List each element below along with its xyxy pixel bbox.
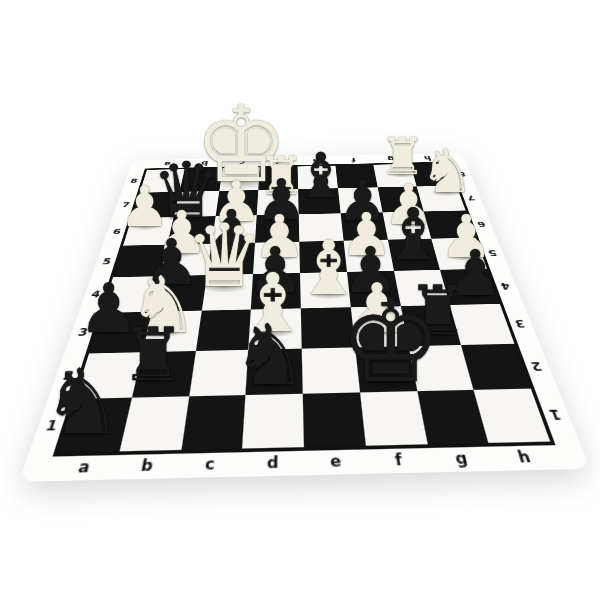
square-f2[interactable] <box>355 346 417 393</box>
file-label-bottom-b: b <box>113 451 181 479</box>
file-label-bottom-h: h <box>489 443 560 471</box>
square-b7[interactable] <box>174 191 219 217</box>
square-a6[interactable] <box>123 217 174 246</box>
file-label-bottom-d: d <box>241 448 305 476</box>
square-a8[interactable] <box>140 169 185 193</box>
square-b5[interactable] <box>160 244 211 276</box>
square-f4[interactable] <box>347 271 401 307</box>
board-mat: abcdefgh abcdefgh 87654321 87654321 <box>19 153 591 482</box>
square-d4[interactable] <box>251 273 301 309</box>
square-f8[interactable] <box>335 165 377 188</box>
square-c8[interactable] <box>219 167 260 191</box>
file-label-bottom-c: c <box>177 450 243 478</box>
square-b4[interactable] <box>152 275 207 311</box>
chessboard-scene: abcdefgh abcdefgh 87654321 87654321 ♚♜♜♝… <box>0 0 600 600</box>
square-e8[interactable] <box>298 166 338 189</box>
file-label-bottom-e: e <box>304 447 369 475</box>
file-label-top-f: f <box>334 155 373 165</box>
square-f3[interactable] <box>351 306 408 347</box>
file-label-bottom-g: g <box>427 444 496 472</box>
square-d1[interactable] <box>242 394 304 449</box>
square-c4[interactable] <box>201 274 253 310</box>
square-g7[interactable] <box>377 186 424 212</box>
file-label-top-h: h <box>408 153 448 163</box>
square-f5[interactable] <box>343 240 393 272</box>
square-c2[interactable] <box>189 349 249 396</box>
square-c6[interactable] <box>211 215 257 244</box>
square-h8[interactable] <box>411 163 457 186</box>
square-c1[interactable] <box>181 395 246 450</box>
square-d8[interactable] <box>259 166 299 189</box>
square-d6[interactable] <box>255 214 299 243</box>
square-c7[interactable] <box>215 190 258 216</box>
square-d3[interactable] <box>249 308 302 349</box>
square-a7[interactable] <box>132 192 180 218</box>
square-c5[interactable] <box>207 243 256 275</box>
file-label-top-a: a <box>147 159 187 169</box>
square-b1[interactable] <box>119 397 188 452</box>
square-b3[interactable] <box>142 310 201 351</box>
file-label-top-c: c <box>222 157 260 167</box>
square-g8[interactable] <box>373 164 417 187</box>
file-label-top-d: d <box>260 157 298 167</box>
square-f7[interactable] <box>338 187 382 213</box>
square-c3[interactable] <box>195 309 251 350</box>
file-label-top-g: g <box>371 154 410 164</box>
square-e4[interactable] <box>300 272 351 308</box>
square-e1[interactable] <box>303 393 366 447</box>
square-e2[interactable] <box>302 347 360 394</box>
file-label-bottom-a: a <box>49 453 119 481</box>
square-d5[interactable] <box>253 242 300 274</box>
square-b8[interactable] <box>179 168 222 192</box>
square-a4[interactable] <box>102 276 160 312</box>
square-f1[interactable] <box>360 391 427 445</box>
square-f6[interactable] <box>340 212 387 241</box>
square-b2[interactable] <box>132 351 196 398</box>
square-a5[interactable] <box>113 245 167 277</box>
file-label-top-b: b <box>185 158 224 168</box>
square-e3[interactable] <box>301 307 355 348</box>
square-b6[interactable] <box>167 216 215 245</box>
square-d7[interactable] <box>257 189 299 215</box>
file-label-bottom-f: f <box>366 446 433 474</box>
square-d2[interactable] <box>246 348 303 395</box>
square-e7[interactable] <box>298 188 340 214</box>
square-e6[interactable] <box>299 213 344 242</box>
file-label-top-e: e <box>297 156 335 166</box>
square-e5[interactable] <box>299 241 346 273</box>
